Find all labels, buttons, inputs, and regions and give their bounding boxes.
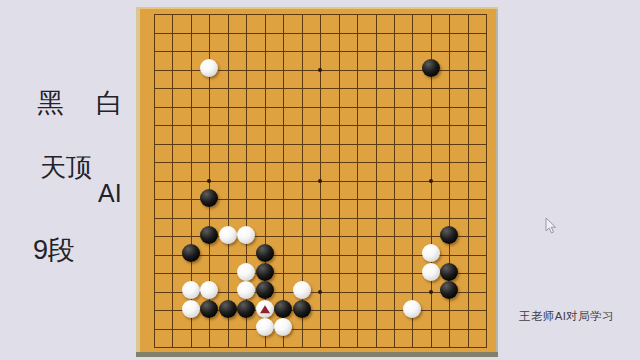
star-point <box>318 290 322 294</box>
star-point <box>429 179 433 183</box>
black-stone <box>422 59 440 77</box>
white-stone <box>293 281 311 299</box>
white-stone <box>182 281 200 299</box>
black-stone <box>440 281 458 299</box>
white-stone <box>422 263 440 281</box>
black-stone <box>256 281 274 299</box>
player-rank: 9段 <box>33 237 75 264</box>
board-edge-right <box>496 9 498 357</box>
star-point <box>318 179 322 183</box>
black-stone <box>182 244 200 262</box>
white-stone <box>237 281 255 299</box>
white-stone <box>237 263 255 281</box>
app-window: 黑 白 天顶 AI 9段 王老师AI对局学习 <box>0 0 640 360</box>
white-stone <box>200 59 218 77</box>
white-stone <box>182 300 200 318</box>
white-stone <box>422 244 440 262</box>
go-board[interactable] <box>136 7 498 357</box>
white-stone <box>200 281 218 299</box>
white-stone <box>237 226 255 244</box>
black-stone <box>256 244 274 262</box>
white-stone <box>219 226 237 244</box>
black-stone <box>293 300 311 318</box>
star-point <box>429 290 433 294</box>
black-stone <box>440 226 458 244</box>
white-label: 白 <box>96 90 123 117</box>
black-stone <box>200 189 218 207</box>
star-point <box>207 179 211 183</box>
black-stone <box>219 300 237 318</box>
last-move-triangle-marker <box>260 305 270 313</box>
star-point <box>318 68 322 72</box>
white-stone <box>256 318 274 336</box>
board-edge-left <box>136 7 140 357</box>
black-stone <box>440 263 458 281</box>
black-label: 黑 <box>37 90 64 117</box>
black-stone <box>200 300 218 318</box>
watermark-caption: 王老师AI对局学习 <box>519 309 614 324</box>
white-stone <box>274 318 292 336</box>
black-player-name: 天顶 <box>40 152 68 182</box>
black-stone <box>274 300 292 318</box>
white-stone <box>403 300 421 318</box>
mouse-cursor-icon <box>545 217 557 234</box>
black-stone <box>200 226 218 244</box>
goban-grid[interactable] <box>145 5 496 357</box>
black-stone <box>237 300 255 318</box>
black-stone <box>256 263 274 281</box>
white-player-name: AI <box>98 181 122 206</box>
white-stone <box>256 300 274 318</box>
